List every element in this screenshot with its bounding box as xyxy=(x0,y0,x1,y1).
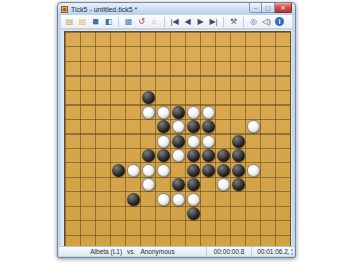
black-stone xyxy=(187,207,200,220)
white-stone xyxy=(157,106,170,119)
undo-icon[interactable]: ↺ xyxy=(136,16,148,27)
open-file-icon[interactable]: ▤ xyxy=(77,16,89,27)
hint-icon[interactable]: ☼ xyxy=(149,16,161,27)
black-stone xyxy=(232,164,245,177)
white-stone xyxy=(172,193,185,206)
white-stone xyxy=(127,164,140,177)
black-stone xyxy=(232,178,245,191)
next-move-icon[interactable]: ▶ xyxy=(195,16,207,27)
prev-move-icon[interactable]: ◀ xyxy=(182,16,194,27)
minimize-button[interactable]: – xyxy=(249,3,262,13)
black-stone xyxy=(172,106,185,119)
black-stone xyxy=(202,120,215,133)
black-stone xyxy=(232,149,245,162)
black-stone xyxy=(187,164,200,177)
zoom-icon[interactable]: ◎ xyxy=(248,16,260,27)
sound-icon[interactable]: ◁) xyxy=(261,16,273,27)
black-stone xyxy=(157,120,170,133)
white-stone xyxy=(142,164,155,177)
toolbar-separator xyxy=(223,17,224,27)
white-stone xyxy=(187,193,200,206)
first-move-icon[interactable]: |◀ xyxy=(169,16,181,27)
black-stone xyxy=(187,149,200,162)
white-stone xyxy=(157,164,170,177)
white-stone xyxy=(187,135,200,148)
black-stone xyxy=(217,149,230,162)
toolbar-separator xyxy=(118,17,119,27)
window-title: Tick5 - untitled.tick5 * xyxy=(71,6,249,13)
last-move-icon[interactable]: ▶| xyxy=(208,16,220,27)
settings-wrench-icon[interactable]: ⚒ xyxy=(228,16,240,27)
white-stone xyxy=(142,178,155,191)
black-stone xyxy=(142,91,155,104)
close-button[interactable]: ✕ xyxy=(275,3,292,13)
white-stone xyxy=(202,106,215,119)
gomoku-board[interactable] xyxy=(64,31,291,250)
black-stone xyxy=(202,164,215,177)
toolbar: ▤▤◼◧▦↺☼|◀◀▶▶|⚒◎◁)i xyxy=(61,15,292,29)
white-stone xyxy=(157,135,170,148)
vs-label: vs. xyxy=(127,248,135,255)
clock-black-pane: 00:00:00.8 xyxy=(207,247,252,256)
black-stone xyxy=(142,149,155,162)
white-stone xyxy=(217,178,230,191)
black-stone xyxy=(172,135,185,148)
white-stone xyxy=(172,120,185,133)
black-stone xyxy=(187,178,200,191)
tick5-window: Tick5 - untitled.tick5 * – ▢ ✕ ▤▤◼◧▦↺☼|◀… xyxy=(57,2,296,258)
black-stone xyxy=(187,120,200,133)
maximize-button[interactable]: ▢ xyxy=(262,3,275,13)
black-stone xyxy=(217,164,230,177)
save-icon[interactable]: ◼ xyxy=(90,16,102,27)
white-stone xyxy=(247,164,260,177)
black-stone xyxy=(157,149,170,162)
white-stone xyxy=(247,120,260,133)
black-stone xyxy=(232,135,245,148)
black-stone xyxy=(172,178,185,191)
resize-grip[interactable] xyxy=(286,248,293,255)
save-as-icon[interactable]: ◧ xyxy=(103,16,115,27)
board-view-icon[interactable]: ▦ xyxy=(123,16,135,27)
black-stone xyxy=(112,164,125,177)
white-player-name: Anonymous xyxy=(140,248,174,255)
white-stone xyxy=(172,149,185,162)
desktop-background: Tick5 - untitled.tick5 * – ▢ ✕ ▤▤◼◧▦↺☼|◀… xyxy=(0,0,350,263)
white-stone xyxy=(187,106,200,119)
status-bar: Albeta (L1) vs. Anonymous 00:00:00.8 00:… xyxy=(59,246,294,256)
players-pane: Albeta (L1) vs. Anonymous xyxy=(59,247,207,256)
toolbar-separator xyxy=(243,17,244,27)
white-stone xyxy=(202,135,215,148)
toolbar-separator xyxy=(164,17,165,27)
caption-buttons: – ▢ ✕ xyxy=(249,3,292,13)
client-area xyxy=(61,30,292,246)
title-bar[interactable]: Tick5 - untitled.tick5 * – ▢ ✕ xyxy=(58,3,295,15)
board-grid xyxy=(65,32,290,250)
white-stone xyxy=(157,193,170,206)
black-stone xyxy=(127,193,140,206)
new-game-icon[interactable]: ▤ xyxy=(64,16,76,27)
black-stone xyxy=(202,149,215,162)
app-icon xyxy=(61,6,68,13)
black-player-name: Albeta (L1) xyxy=(90,248,122,255)
white-stone xyxy=(142,106,155,119)
about-info-icon[interactable]: i xyxy=(275,17,284,26)
